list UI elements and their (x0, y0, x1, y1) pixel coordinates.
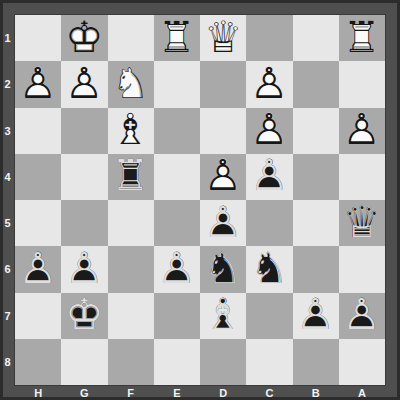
rank-label-7: 7 (0, 293, 15, 339)
pawn-glyph-outline: ♙ (15, 246, 61, 292)
square-b5[interactable] (293, 200, 339, 246)
knight-glyph-outline: ♘ (108, 61, 154, 107)
pawn-glyph-outline: ♙ (246, 154, 292, 200)
king-glyph-outline: ♔ (61, 293, 107, 339)
file-label-h: H (15, 385, 61, 400)
pawn-glyph-outline: ♙ (246, 108, 292, 154)
square-d3[interactable] (200, 108, 246, 154)
square-h6[interactable]: ♟♙ (15, 246, 61, 292)
square-e3[interactable] (154, 108, 200, 154)
square-e2[interactable] (154, 61, 200, 107)
knight-glyph-outline: ♘ (200, 246, 246, 292)
white-knight[interactable]: ♞♘ (108, 61, 154, 107)
square-c2[interactable]: ♟♙ (246, 61, 292, 107)
square-g8[interactable] (61, 339, 107, 385)
square-f3[interactable]: ♝♗ (108, 108, 154, 154)
pawn-glyph-outline: ♙ (61, 246, 107, 292)
black-bishop[interactable]: ♝♗ (200, 293, 246, 339)
square-g1[interactable]: ♚♔ (61, 15, 107, 61)
square-f4[interactable]: ♜♖ (108, 154, 154, 200)
pawn-glyph-outline: ♙ (61, 61, 107, 107)
pawn-glyph-outline: ♙ (339, 108, 385, 154)
square-g7[interactable]: ♚♔ (61, 293, 107, 339)
white-pawn[interactable]: ♟♙ (200, 154, 246, 200)
square-a3[interactable]: ♟♙ (339, 108, 385, 154)
rank-label-2: 2 (0, 61, 15, 107)
black-rook[interactable]: ♜♖ (108, 154, 154, 200)
square-b6[interactable] (293, 246, 339, 292)
square-g2[interactable]: ♟♙ (61, 61, 107, 107)
square-h1[interactable] (15, 15, 61, 61)
black-pawn[interactable]: ♟♙ (339, 293, 385, 339)
rook-glyph-outline: ♖ (108, 154, 154, 200)
square-b4[interactable] (293, 154, 339, 200)
white-pawn[interactable]: ♟♙ (246, 108, 292, 154)
rank-label-3: 3 (0, 108, 15, 154)
white-rook[interactable]: ♜♖ (339, 15, 385, 61)
rook-glyph-outline: ♖ (154, 15, 200, 61)
file-label-c: C (246, 385, 292, 400)
queen-glyph-outline: ♕ (200, 15, 246, 61)
square-d7[interactable]: ♝♗ (200, 293, 246, 339)
square-e4[interactable] (154, 154, 200, 200)
square-f5[interactable] (108, 200, 154, 246)
square-c7[interactable] (246, 293, 292, 339)
black-pawn[interactable]: ♟♙ (154, 246, 200, 292)
white-pawn[interactable]: ♟♙ (246, 61, 292, 107)
square-a2[interactable] (339, 61, 385, 107)
square-h7[interactable] (15, 293, 61, 339)
queen-glyph-outline: ♕ (339, 200, 385, 246)
square-a8[interactable] (339, 339, 385, 385)
square-b7[interactable]: ♟♙ (293, 293, 339, 339)
square-c6[interactable]: ♞♘ (246, 246, 292, 292)
square-c1[interactable] (246, 15, 292, 61)
bishop-glyph-outline: ♗ (108, 108, 154, 154)
black-pawn[interactable]: ♟♙ (200, 200, 246, 246)
square-g5[interactable] (61, 200, 107, 246)
square-e8[interactable] (154, 339, 200, 385)
file-label-e: E (154, 385, 200, 400)
file-label-d: D (200, 385, 246, 400)
bishop-glyph-outline: ♗ (200, 293, 246, 339)
pawn-glyph-outline: ♙ (154, 246, 200, 292)
square-f8[interactable] (108, 339, 154, 385)
white-queen[interactable]: ♛♕ (200, 15, 246, 61)
square-f2[interactable]: ♞♘ (108, 61, 154, 107)
square-e6[interactable]: ♟♙ (154, 246, 200, 292)
pawn-glyph-outline: ♙ (246, 61, 292, 107)
square-c8[interactable] (246, 339, 292, 385)
square-a6[interactable] (339, 246, 385, 292)
square-b1[interactable] (293, 15, 339, 61)
square-h3[interactable] (15, 108, 61, 154)
knight-glyph-outline: ♘ (246, 246, 292, 292)
square-e7[interactable] (154, 293, 200, 339)
black-pawn[interactable]: ♟♙ (246, 154, 292, 200)
pawn-glyph-outline: ♙ (200, 200, 246, 246)
white-king[interactable]: ♚♔ (61, 15, 107, 61)
square-d2[interactable] (200, 61, 246, 107)
white-pawn[interactable]: ♟♙ (15, 61, 61, 107)
square-d1[interactable]: ♛♕ (200, 15, 246, 61)
square-a5[interactable]: ♛♕ (339, 200, 385, 246)
pawn-glyph-outline: ♙ (339, 293, 385, 339)
square-h2[interactable]: ♟♙ (15, 61, 61, 107)
pawn-glyph-outline: ♙ (15, 61, 61, 107)
square-c4[interactable]: ♟♙ (246, 154, 292, 200)
king-glyph-outline: ♔ (61, 15, 107, 61)
rook-glyph-outline: ♖ (339, 15, 385, 61)
rank-label-6: 6 (0, 246, 15, 292)
black-pawn[interactable]: ♟♙ (15, 246, 61, 292)
square-d4[interactable]: ♟♙ (200, 154, 246, 200)
rank-label-5: 5 (0, 200, 15, 246)
square-e1[interactable]: ♜♖ (154, 15, 200, 61)
file-labels: HGFEDCBA (15, 385, 385, 400)
square-b2[interactable] (293, 61, 339, 107)
square-h8[interactable] (15, 339, 61, 385)
square-g4[interactable] (61, 154, 107, 200)
black-pawn[interactable]: ♟♙ (61, 246, 107, 292)
white-bishop[interactable]: ♝♗ (108, 108, 154, 154)
pawn-glyph-outline: ♙ (293, 293, 339, 339)
square-a1[interactable]: ♜♖ (339, 15, 385, 61)
white-pawn[interactable]: ♟♙ (339, 108, 385, 154)
square-f7[interactable] (108, 293, 154, 339)
file-label-f: F (108, 385, 154, 400)
rank-label-1: 1 (0, 15, 15, 61)
black-knight[interactable]: ♞♘ (246, 246, 292, 292)
white-pawn[interactable]: ♟♙ (61, 61, 107, 107)
rank-labels: 12345678 (0, 15, 15, 385)
chess-board[interactable]: ♚♔♜♖♛♕♜♖♟♙♟♙♞♘♟♙♝♗♟♙♟♙♜♖♟♙♟♙♟♙♛♕♟♙♟♙♟♙♞♘… (15, 15, 385, 385)
rank-label-4: 4 (0, 154, 15, 200)
file-label-b: B (293, 385, 339, 400)
file-label-a: A (339, 385, 385, 400)
square-g6[interactable]: ♟♙ (61, 246, 107, 292)
square-h4[interactable] (15, 154, 61, 200)
pawn-glyph-outline: ♙ (200, 154, 246, 200)
square-h5[interactable] (15, 200, 61, 246)
chess-board-window: 12345678 ♚♔♜♖♛♕♜♖♟♙♟♙♞♘♟♙♝♗♟♙♟♙♜♖♟♙♟♙♟♙♛… (0, 0, 400, 400)
square-a4[interactable] (339, 154, 385, 200)
square-e5[interactable] (154, 200, 200, 246)
black-queen[interactable]: ♛♕ (339, 200, 385, 246)
square-b3[interactable] (293, 108, 339, 154)
black-pawn[interactable]: ♟♙ (293, 293, 339, 339)
white-rook[interactable]: ♜♖ (154, 15, 200, 61)
square-c5[interactable] (246, 200, 292, 246)
black-knight[interactable]: ♞♘ (200, 246, 246, 292)
rank-label-8: 8 (0, 339, 15, 385)
square-a7[interactable]: ♟♙ (339, 293, 385, 339)
square-d6[interactable]: ♞♘ (200, 246, 246, 292)
square-c3[interactable]: ♟♙ (246, 108, 292, 154)
square-d8[interactable] (200, 339, 246, 385)
square-b8[interactable] (293, 339, 339, 385)
file-label-g: G (61, 385, 107, 400)
square-g3[interactable] (61, 108, 107, 154)
square-d5[interactable]: ♟♙ (200, 200, 246, 246)
square-f1[interactable] (108, 15, 154, 61)
square-f6[interactable] (108, 246, 154, 292)
black-king[interactable]: ♚♔ (61, 293, 107, 339)
